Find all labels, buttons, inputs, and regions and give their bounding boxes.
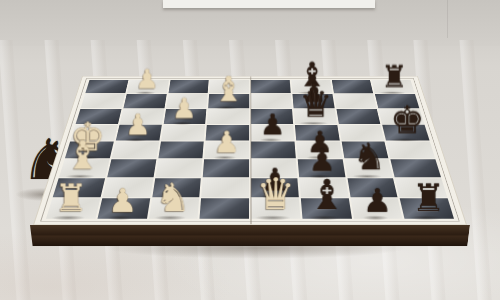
square-b4: ♝ — [208, 94, 249, 108]
white-pawn-a2: ♟ — [135, 66, 159, 92]
square-f2 — [107, 159, 156, 177]
white-queen-h5: ♛ — [256, 173, 295, 216]
square-a8: ♜ — [372, 80, 415, 93]
black-rook-h8: ♜ — [412, 179, 446, 217]
board-3d-scene: ♟♝♜♝♟♟♛♟♟♚♚♟♟♝♟♞♟♜♟♞♛♝♟♜ — [20, 70, 480, 270]
square-e8 — [386, 141, 435, 158]
white-rook-h1: ♜ — [54, 179, 88, 217]
wall-corner-line — [447, 0, 448, 38]
square-a7 — [331, 80, 373, 93]
black-pawn-d5: ♟ — [260, 110, 286, 139]
square-a5 — [251, 80, 291, 93]
square-h5: ♛ — [251, 198, 300, 218]
square-c3: ♟ — [163, 109, 206, 124]
square-f1: ♝ — [59, 159, 109, 177]
white-pawn-c3: ♟ — [172, 94, 197, 122]
white-pawn-h2: ♟ — [108, 184, 137, 217]
square-b5 — [251, 94, 292, 108]
black-pawn-h7: ♟ — [363, 184, 392, 217]
square-e4: ♟ — [204, 141, 249, 158]
square-b1 — [81, 94, 125, 108]
square-e5 — [251, 141, 296, 158]
square-h1: ♜ — [46, 198, 100, 218]
square-c6: ♛ — [293, 109, 336, 124]
square-d2: ♟ — [116, 125, 162, 141]
square-b2 — [123, 94, 166, 108]
square-h2: ♟ — [97, 198, 150, 218]
square-h4 — [200, 198, 249, 218]
square-e2 — [111, 141, 158, 158]
square-f8 — [391, 159, 441, 177]
square-g4 — [201, 178, 249, 197]
black-bishop-h6: ♝ — [308, 175, 345, 216]
square-d5: ♟ — [251, 125, 294, 141]
square-h8: ♜ — [400, 198, 454, 218]
chess-board: ♟♝♜♝♟♟♛♟♟♚♚♟♟♝♟♞♟♜♟♞♛♝♟♜ — [33, 76, 467, 225]
square-h3: ♞ — [148, 198, 199, 218]
square-d3 — [161, 125, 206, 141]
square-b7 — [334, 94, 377, 108]
square-c7 — [336, 109, 380, 124]
wall-ledge — [163, 0, 375, 8]
square-f7: ♞ — [344, 159, 393, 177]
white-knight-h3: ♞ — [156, 177, 191, 216]
square-a2: ♟ — [127, 80, 169, 93]
white-bishop-f1: ♝ — [65, 136, 100, 175]
black-knight-f7: ♞ — [353, 138, 386, 175]
square-a1 — [85, 80, 128, 93]
board-front-edge — [30, 225, 470, 246]
square-h7: ♟ — [350, 198, 403, 218]
square-c4 — [207, 109, 249, 124]
white-pawn-e4: ♟ — [214, 127, 241, 157]
white-pawn-d2: ♟ — [125, 110, 151, 139]
square-f4 — [203, 159, 249, 177]
board-grid: ♟♝♜♝♟♟♛♟♟♚♚♟♟♝♟♞♟♜♟♞♛♝♟♜ — [33, 76, 467, 225]
photo-scene: ♞ ♟♝♜♝♟♟♛♟♟♚♚♟♟♝♟♞♟♜♟♞♛♝♟♜ — [0, 0, 500, 300]
square-h6: ♝ — [301, 198, 352, 218]
square-d8: ♚ — [382, 125, 429, 141]
square-e3 — [158, 141, 204, 158]
black-queen-c6: ♛ — [299, 85, 332, 122]
black-rook-a8: ♜ — [381, 62, 408, 92]
black-king-d8: ♚ — [390, 101, 424, 139]
white-bishop-b4: ♝ — [213, 72, 244, 106]
